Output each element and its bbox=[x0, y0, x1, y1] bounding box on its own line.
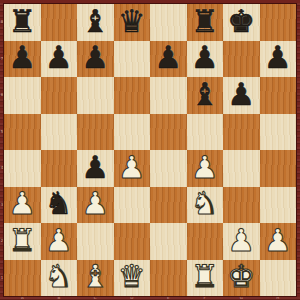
square-e8[interactable] bbox=[150, 4, 187, 41]
piece-black-pawn-f7[interactable]: ♟ bbox=[191, 42, 219, 73]
square-d8[interactable]: ♛ bbox=[114, 4, 151, 41]
file-labels: ABCDEFGH bbox=[4, 296, 296, 300]
file-label-h: H bbox=[260, 296, 297, 300]
square-f4[interactable]: ♟ bbox=[187, 150, 224, 187]
square-b3[interactable]: ♞ bbox=[41, 187, 78, 224]
piece-black-bishop-c8[interactable]: ♝ bbox=[81, 6, 109, 37]
square-d4[interactable]: ♟ bbox=[114, 150, 151, 187]
chess-board: 87654321 ABCDEFGH ♜♝♛♜♚♟♟♟♟♟♟♝♟♟♟♟♟♞♟♞♜♟… bbox=[0, 0, 300, 300]
square-f6[interactable]: ♝ bbox=[187, 77, 224, 114]
piece-white-pawn-d4[interactable]: ♟ bbox=[118, 152, 146, 183]
square-f8[interactable]: ♜ bbox=[187, 4, 224, 41]
piece-black-pawn-a7[interactable]: ♟ bbox=[8, 42, 36, 73]
square-a3[interactable]: ♟ bbox=[4, 187, 41, 224]
square-g2[interactable]: ♟ bbox=[223, 223, 260, 260]
square-b4[interactable] bbox=[41, 150, 78, 187]
square-g7[interactable] bbox=[223, 41, 260, 78]
square-h6[interactable] bbox=[260, 77, 297, 114]
piece-black-queen-d8[interactable]: ♛ bbox=[118, 6, 146, 37]
file-label-g: G bbox=[223, 296, 260, 300]
square-f2[interactable] bbox=[187, 223, 224, 260]
piece-black-rook-f8[interactable]: ♜ bbox=[191, 6, 219, 37]
square-d1[interactable]: ♛ bbox=[114, 260, 151, 297]
square-a7[interactable]: ♟ bbox=[4, 41, 41, 78]
square-a1[interactable] bbox=[4, 260, 41, 297]
board-grid: ♜♝♛♜♚♟♟♟♟♟♟♝♟♟♟♟♟♞♟♞♜♟♟♟♞♝♛♜♚ bbox=[4, 4, 296, 296]
piece-black-rook-a8[interactable]: ♜ bbox=[8, 6, 36, 37]
square-c5[interactable] bbox=[77, 114, 114, 151]
piece-black-pawn-c7[interactable]: ♟ bbox=[81, 42, 109, 73]
square-g5[interactable] bbox=[223, 114, 260, 151]
square-a5[interactable] bbox=[4, 114, 41, 151]
file-label-c: C bbox=[77, 296, 114, 300]
piece-white-pawn-g2[interactable]: ♟ bbox=[227, 225, 255, 256]
square-c6[interactable] bbox=[77, 77, 114, 114]
square-h1[interactable] bbox=[260, 260, 297, 297]
file-label-b: B bbox=[41, 296, 78, 300]
square-c7[interactable]: ♟ bbox=[77, 41, 114, 78]
square-b1[interactable]: ♞ bbox=[41, 260, 78, 297]
square-g8[interactable]: ♚ bbox=[223, 4, 260, 41]
square-f5[interactable] bbox=[187, 114, 224, 151]
piece-white-rook-f1[interactable]: ♜ bbox=[191, 261, 219, 292]
square-a8[interactable]: ♜ bbox=[4, 4, 41, 41]
piece-white-queen-d1[interactable]: ♛ bbox=[118, 261, 146, 292]
square-g4[interactable] bbox=[223, 150, 260, 187]
square-c2[interactable] bbox=[77, 223, 114, 260]
piece-black-knight-b3[interactable]: ♞ bbox=[45, 188, 73, 219]
square-h7[interactable]: ♟ bbox=[260, 41, 297, 78]
square-h2[interactable]: ♟ bbox=[260, 223, 297, 260]
square-d6[interactable] bbox=[114, 77, 151, 114]
square-c3[interactable]: ♟ bbox=[77, 187, 114, 224]
square-c1[interactable]: ♝ bbox=[77, 260, 114, 297]
square-b5[interactable] bbox=[41, 114, 78, 151]
square-c4[interactable]: ♟ bbox=[77, 150, 114, 187]
file-label-a: A bbox=[4, 296, 41, 300]
square-a6[interactable] bbox=[4, 77, 41, 114]
square-a4[interactable] bbox=[4, 150, 41, 187]
square-d3[interactable] bbox=[114, 187, 151, 224]
square-b8[interactable] bbox=[41, 4, 78, 41]
piece-black-pawn-g6[interactable]: ♟ bbox=[227, 79, 255, 110]
square-e3[interactable] bbox=[150, 187, 187, 224]
square-c8[interactable]: ♝ bbox=[77, 4, 114, 41]
piece-white-pawn-b2[interactable]: ♟ bbox=[45, 225, 73, 256]
square-d2[interactable] bbox=[114, 223, 151, 260]
square-f1[interactable]: ♜ bbox=[187, 260, 224, 297]
piece-black-pawn-b7[interactable]: ♟ bbox=[45, 42, 73, 73]
piece-white-pawn-a3[interactable]: ♟ bbox=[8, 188, 36, 219]
square-g6[interactable]: ♟ bbox=[223, 77, 260, 114]
square-e2[interactable] bbox=[150, 223, 187, 260]
square-h8[interactable] bbox=[260, 4, 297, 41]
square-e6[interactable] bbox=[150, 77, 187, 114]
square-f3[interactable]: ♞ bbox=[187, 187, 224, 224]
piece-white-pawn-f4[interactable]: ♟ bbox=[191, 152, 219, 183]
square-e1[interactable] bbox=[150, 260, 187, 297]
square-a2[interactable]: ♜ bbox=[4, 223, 41, 260]
square-e5[interactable] bbox=[150, 114, 187, 151]
piece-white-king-g1[interactable]: ♚ bbox=[227, 261, 255, 292]
piece-white-knight-f3[interactable]: ♞ bbox=[191, 188, 219, 219]
square-d5[interactable] bbox=[114, 114, 151, 151]
square-d7[interactable] bbox=[114, 41, 151, 78]
square-e4[interactable] bbox=[150, 150, 187, 187]
square-g3[interactable] bbox=[223, 187, 260, 224]
square-g1[interactable]: ♚ bbox=[223, 260, 260, 297]
square-e7[interactable]: ♟ bbox=[150, 41, 187, 78]
piece-white-knight-b1[interactable]: ♞ bbox=[45, 261, 73, 292]
square-f7[interactable]: ♟ bbox=[187, 41, 224, 78]
square-h5[interactable] bbox=[260, 114, 297, 151]
square-b6[interactable] bbox=[41, 77, 78, 114]
piece-white-pawn-h2[interactable]: ♟ bbox=[264, 225, 292, 256]
square-b7[interactable]: ♟ bbox=[41, 41, 78, 78]
piece-black-bishop-f6[interactable]: ♝ bbox=[191, 79, 219, 110]
square-h3[interactable] bbox=[260, 187, 297, 224]
square-h4[interactable] bbox=[260, 150, 297, 187]
file-label-e: E bbox=[150, 296, 187, 300]
piece-white-rook-a2[interactable]: ♜ bbox=[8, 225, 36, 256]
file-label-f: F bbox=[187, 296, 224, 300]
piece-white-bishop-c1[interactable]: ♝ bbox=[81, 261, 109, 292]
piece-black-pawn-h7[interactable]: ♟ bbox=[264, 42, 292, 73]
piece-black-king-g8[interactable]: ♚ bbox=[227, 6, 255, 37]
file-label-d: D bbox=[114, 296, 151, 300]
piece-black-pawn-c4[interactable]: ♟ bbox=[81, 152, 109, 183]
piece-white-pawn-c3[interactable]: ♟ bbox=[81, 188, 109, 219]
piece-black-pawn-e7[interactable]: ♟ bbox=[154, 42, 182, 73]
square-b2[interactable]: ♟ bbox=[41, 223, 78, 260]
